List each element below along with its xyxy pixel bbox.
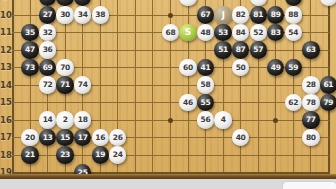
screenshot-root: 9101112131415161718193331379476859027303…: [0, 0, 336, 189]
stone-number: 47: [25, 46, 35, 54]
grid-line-horizontal: [12, 172, 330, 174]
stone-number: 52: [253, 29, 263, 37]
black-stone-83: 83: [267, 24, 284, 41]
stone-number: 74: [78, 81, 88, 89]
stone-number: 83: [271, 29, 281, 37]
stone-number: 27: [43, 11, 53, 19]
stone-number: 73: [25, 64, 35, 72]
white-stone-40: 40: [232, 129, 249, 146]
stone-number: 26: [113, 134, 123, 142]
black-stone-41: 41: [197, 59, 214, 76]
stone-number: 79: [323, 99, 333, 107]
stone-number: 41: [201, 64, 211, 72]
row-label-19: 19: [0, 167, 12, 178]
marker-stone-S: S: [179, 24, 196, 41]
white-stone-24: 24: [109, 146, 126, 163]
black-stone-23: 23: [56, 146, 73, 163]
black-stone-27: 27: [39, 6, 56, 23]
black-stone-87: 87: [232, 41, 249, 58]
stone-number: 94: [183, 0, 193, 1]
stone-number: 69: [43, 64, 53, 72]
row-label-15: 15: [0, 97, 12, 108]
stone-number: 33: [43, 0, 53, 1]
stone-number: 55: [201, 99, 211, 107]
black-stone-49: 49: [267, 59, 284, 76]
stone-number: 18: [78, 116, 88, 124]
stone-number: 90: [323, 0, 333, 1]
white-stone-88: 88: [285, 6, 302, 23]
stone-number: 28: [306, 81, 316, 89]
black-stone-67: 67: [197, 6, 214, 23]
row-label-11: 11: [0, 27, 12, 38]
white-stone-28: 28: [302, 76, 319, 93]
black-stone-61: 61: [320, 76, 336, 93]
marker-stone-J: J: [214, 6, 231, 23]
white-stone-14: 14: [39, 111, 56, 128]
white-stone-94: 94: [179, 0, 196, 6]
stone-number: 81: [253, 11, 263, 19]
stone-number: 34: [78, 11, 88, 19]
white-stone-60: 60: [179, 59, 196, 76]
row-label-9: 9: [0, 0, 12, 3]
stone-number: 84: [236, 29, 246, 37]
stone-number: 61: [323, 81, 333, 89]
row-label-12: 12: [0, 45, 12, 56]
stone-number: 78: [306, 99, 316, 107]
white-stone-56: 56: [197, 111, 214, 128]
stone-number: 24: [113, 151, 123, 159]
stone-number: 60: [183, 64, 193, 72]
row-label-10: 10: [0, 10, 12, 21]
stone-number: 15: [60, 134, 70, 142]
white-stone-80: 80: [302, 129, 319, 146]
bottom-sheet-handle[interactable]: [283, 182, 336, 189]
stone-number: J: [222, 11, 225, 20]
black-stone-53: 53: [214, 24, 231, 41]
black-stone-55: 55: [197, 94, 214, 111]
black-stone-57: 57: [250, 41, 267, 58]
stone-number: 85: [288, 0, 298, 1]
stone-number: 25: [78, 169, 88, 177]
stone-number: 63: [306, 46, 316, 54]
black-stone-13: 13: [39, 129, 56, 146]
black-stone-79: 79: [320, 94, 336, 111]
black-stone-89: 89: [267, 6, 284, 23]
black-stone-51: 51: [214, 41, 231, 58]
white-stone-90: 90: [320, 0, 336, 6]
bottom-bar: [0, 179, 336, 189]
stone-number: 17: [78, 134, 88, 142]
stone-number: 80: [306, 134, 316, 142]
white-stone-38: 38: [92, 6, 109, 23]
white-stone-20: 20: [21, 129, 38, 146]
stone-number: 88: [288, 11, 298, 19]
stone-number: 4: [221, 116, 226, 124]
stone-number: 77: [306, 116, 316, 124]
stone-number: 31: [60, 0, 70, 1]
black-stone-59: 59: [285, 59, 302, 76]
stone-number: 30: [60, 11, 70, 19]
row-label-13: 13: [0, 62, 12, 73]
stone-number: 72: [43, 81, 53, 89]
white-stone-4: 4: [214, 111, 231, 128]
star-point: [168, 118, 173, 123]
stone-number: 32: [43, 29, 53, 37]
white-stone-78: 78: [302, 94, 319, 111]
white-stone-26: 26: [109, 129, 126, 146]
black-stone-21: 21: [21, 146, 38, 163]
stone-number: 82: [236, 11, 246, 19]
stone-number: 50: [236, 64, 246, 72]
black-stone-37: 37: [74, 0, 91, 6]
stone-number: 20: [25, 134, 35, 142]
row-label-16: 16: [0, 115, 12, 126]
white-stone-82: 82: [232, 6, 249, 23]
stone-number: 14: [43, 116, 53, 124]
white-stone-34: 34: [74, 6, 91, 23]
stone-number: 40: [236, 134, 246, 142]
stone-number: S: [185, 28, 191, 37]
star-point: [273, 118, 278, 123]
white-stone-76: 76: [250, 0, 267, 6]
black-stone-71: 71: [56, 76, 73, 93]
go-board[interactable]: 9101112131415161718193331379476859027303…: [0, 0, 336, 179]
white-stone-68: 68: [162, 24, 179, 41]
black-stone-85: 85: [285, 0, 302, 6]
stone-number: 56: [201, 116, 211, 124]
black-stone-15: 15: [56, 129, 73, 146]
white-stone-70: 70: [56, 59, 73, 76]
white-stone-46: 46: [179, 94, 196, 111]
star-point: [168, 13, 173, 18]
stone-number: 19: [95, 151, 105, 159]
stone-number: 62: [288, 99, 298, 107]
stone-number: 54: [288, 29, 298, 37]
white-stone-72: 72: [39, 76, 56, 93]
white-stone-30: 30: [56, 6, 73, 23]
white-stone-84: 84: [232, 24, 249, 41]
stone-number: 23: [60, 151, 70, 159]
stone-number: 21: [25, 151, 35, 159]
black-stone-69: 69: [39, 59, 56, 76]
stone-number: 49: [271, 64, 281, 72]
black-stone-33: 33: [39, 0, 56, 6]
black-stone-31: 31: [56, 0, 73, 6]
white-stone-74: 74: [74, 76, 91, 93]
black-stone-19: 19: [92, 146, 109, 163]
stone-number: 36: [43, 46, 53, 54]
black-stone-81: 81: [250, 6, 267, 23]
white-stone-50: 50: [232, 59, 249, 76]
stone-number: 53: [218, 29, 228, 37]
row-label-17: 17: [0, 132, 12, 143]
stone-number: 57: [253, 46, 263, 54]
stone-number: 38: [95, 11, 105, 19]
white-stone-62: 62: [285, 94, 302, 111]
stone-number: 46: [183, 99, 193, 107]
stone-number: 59: [288, 64, 298, 72]
white-stone-32: 32: [39, 24, 56, 41]
row-label-14: 14: [0, 80, 12, 91]
stone-number: 58: [201, 81, 211, 89]
stone-number: 48: [201, 29, 211, 37]
row-label-18: 18: [0, 150, 12, 161]
stone-number: 89: [271, 11, 281, 19]
stone-number: 76: [253, 0, 263, 1]
stone-number: 2: [63, 116, 68, 124]
white-stone-54: 54: [285, 24, 302, 41]
stone-number: 16: [95, 134, 105, 142]
stone-number: 70: [60, 64, 70, 72]
stone-number: 51: [218, 46, 228, 54]
stone-number: 87: [236, 46, 246, 54]
black-stone-63: 63: [302, 41, 319, 58]
black-stone-77: 77: [302, 111, 319, 128]
white-stone-48: 48: [197, 24, 214, 41]
white-stone-52: 52: [250, 24, 267, 41]
black-stone-73: 73: [21, 59, 38, 76]
grid-line-vertical: [135, 0, 136, 174]
white-stone-18: 18: [74, 111, 91, 128]
stone-number: 68: [166, 29, 176, 37]
grid-line-vertical: [12, 0, 14, 174]
grid-line-horizontal: [12, 102, 330, 103]
white-stone-36: 36: [39, 41, 56, 58]
stone-number: 71: [60, 81, 70, 89]
stone-number: 35: [25, 29, 35, 37]
black-stone-47: 47: [21, 41, 38, 58]
white-stone-2: 2: [56, 111, 73, 128]
black-stone-25: 25: [74, 164, 91, 179]
grid-line-vertical: [152, 0, 153, 174]
stone-number: 67: [201, 11, 211, 19]
stone-number: 13: [43, 134, 53, 142]
black-stone-35: 35: [21, 24, 38, 41]
white-stone-58: 58: [197, 76, 214, 93]
white-stone-16: 16: [92, 129, 109, 146]
grid-line-horizontal: [12, 50, 330, 51]
stone-number: 37: [78, 0, 88, 1]
black-stone-17: 17: [74, 129, 91, 146]
